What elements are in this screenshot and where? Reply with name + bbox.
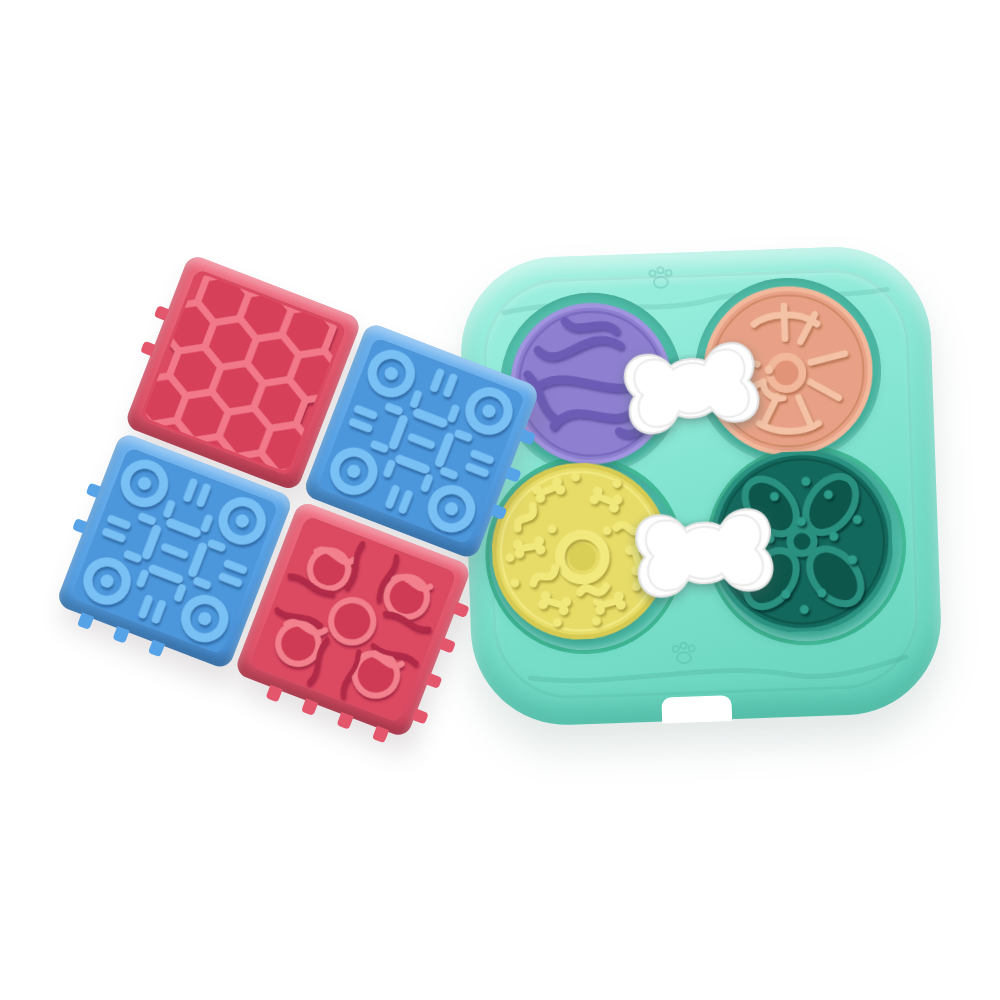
jigsaw-tooth — [425, 673, 442, 689]
jigsaw-tooth — [411, 708, 428, 724]
honeycomb-pattern — [139, 269, 347, 477]
mint-puzzle-tray — [458, 244, 944, 728]
jigsaw-tooth — [439, 637, 456, 653]
product-photo-stage — [0, 0, 1000, 1000]
paw-emboss-bottom-icon — [667, 638, 700, 667]
jigsaw-tooth — [452, 602, 469, 618]
carry-notch — [661, 695, 732, 723]
paw-emboss-top-icon — [644, 263, 677, 292]
rings-and-bars-pattern — [71, 447, 279, 655]
bone-cover-bottom — [613, 494, 796, 612]
